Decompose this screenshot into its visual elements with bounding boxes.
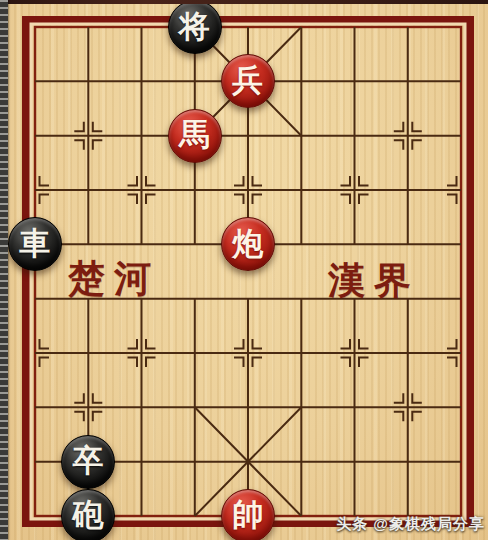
red-horse[interactable]: 馬 bbox=[168, 109, 222, 163]
red-cannon[interactable]: 炮 bbox=[221, 217, 275, 271]
black-cannon-glyph: 砲 bbox=[72, 499, 103, 530]
red-cannon-glyph: 炮 bbox=[232, 228, 263, 259]
xiangqi-board: 楚河 漢界 将兵馬車炮卒砲帥 头条 @象棋残局分享 bbox=[0, 0, 488, 540]
film-strip-edge bbox=[0, 0, 8, 540]
black-general[interactable]: 将 bbox=[168, 0, 222, 54]
black-cannon[interactable]: 砲 bbox=[61, 489, 115, 540]
black-soldier-glyph: 卒 bbox=[72, 445, 103, 476]
red-general-glyph: 帥 bbox=[232, 499, 263, 530]
black-general-glyph: 将 bbox=[179, 11, 210, 42]
black-chariot-glyph: 車 bbox=[19, 228, 50, 259]
red-soldier[interactable]: 兵 bbox=[221, 54, 275, 108]
black-soldier[interactable]: 卒 bbox=[61, 435, 115, 489]
watermark: 头条 @象棋残局分享 bbox=[336, 515, 485, 534]
red-horse-glyph: 馬 bbox=[179, 119, 210, 150]
black-chariot[interactable]: 車 bbox=[8, 217, 62, 271]
red-general[interactable]: 帥 bbox=[221, 489, 275, 540]
red-soldier-glyph: 兵 bbox=[232, 65, 263, 96]
top-edge-strip bbox=[0, 0, 488, 4]
pieces-layer: 将兵馬車炮卒砲帥 bbox=[8, 0, 488, 540]
